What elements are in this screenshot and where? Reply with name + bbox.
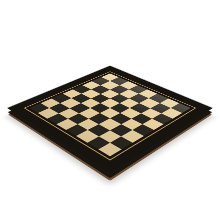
square-g1[interactable]	[87, 136, 110, 149]
square-e4[interactable]	[100, 108, 121, 119]
square-h5[interactable]	[142, 119, 163, 130]
square-d2[interactable]	[68, 113, 89, 124]
square-h1[interactable]	[98, 143, 122, 157]
perspective-scene	[0, 0, 220, 220]
square-h3[interactable]	[121, 130, 143, 143]
square-h7[interactable]	[161, 108, 182, 119]
square-g2[interactable]	[99, 130, 121, 143]
square-d1[interactable]	[56, 119, 77, 130]
square-g5[interactable]	[131, 113, 152, 124]
square-f5[interactable]	[120, 108, 141, 119]
square-h6[interactable]	[152, 113, 173, 124]
square-e1[interactable]	[66, 124, 88, 136]
square-d3[interactable]	[79, 108, 100, 119]
board-top-surface	[7, 65, 213, 173]
square-f4[interactable]	[110, 113, 131, 124]
square-e3[interactable]	[89, 113, 110, 124]
square-f3[interactable]	[99, 119, 120, 130]
square-c2[interactable]	[59, 108, 80, 119]
product-photo	[0, 0, 220, 220]
square-f1[interactable]	[76, 130, 98, 143]
square-f2[interactable]	[88, 124, 110, 136]
square-h4[interactable]	[132, 124, 154, 136]
square-h2[interactable]	[110, 136, 133, 149]
square-b1[interactable]	[38, 108, 59, 119]
square-g6[interactable]	[141, 108, 162, 119]
square-e2[interactable]	[78, 119, 99, 130]
square-g3[interactable]	[110, 124, 132, 136]
chess-board	[7, 65, 213, 173]
square-c1[interactable]	[47, 113, 68, 124]
square-g4[interactable]	[121, 119, 142, 130]
